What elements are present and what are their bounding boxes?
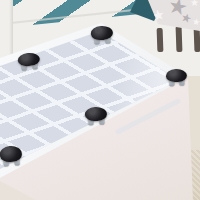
- star-decoration: ★: [190, 0, 199, 8]
- wheel-bottom-left-caster: [0, 145, 23, 167]
- slat-gap-shadow: [157, 28, 164, 52]
- wheel-center-caster: [85, 106, 108, 125]
- slat-gap-shadow: [176, 26, 183, 52]
- wheel-left-caster: [17, 52, 41, 71]
- photo-storage-box-scene: ★★★★★: [0, 0, 200, 200]
- wheel-top-caster: [90, 25, 113, 44]
- wheel-right-caster: [166, 68, 188, 86]
- star-decoration: ★: [191, 17, 200, 27]
